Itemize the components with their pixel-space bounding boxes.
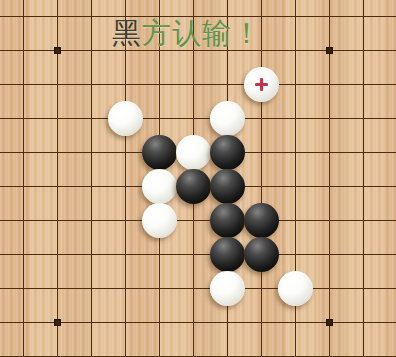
star-point: [326, 47, 333, 54]
grid-line-v-2: [91, 0, 92, 357]
stone-white: [210, 101, 245, 136]
stone-black: [244, 203, 279, 238]
grid-line-v-10: [363, 0, 364, 357]
stone-black: [210, 203, 245, 238]
status-message: 黑方认输！: [112, 16, 262, 51]
stone-white: [108, 101, 143, 136]
stone-black: [244, 237, 279, 272]
star-point: [326, 319, 333, 326]
last-move-marker-icon: [255, 83, 268, 86]
star-point: [54, 47, 61, 54]
grid-line-h-7: [0, 254, 396, 255]
gomoku-board[interactable]: [0, 0, 396, 357]
stone-white: [210, 271, 245, 306]
grid-line-v-1: [57, 0, 58, 357]
grid-line-h-6: [0, 220, 396, 221]
star-point: [54, 319, 61, 326]
grid-line-h-3: [0, 118, 396, 119]
grid-line-v-3: [125, 0, 126, 357]
gomoku-app: 黑方认输！: [0, 0, 396, 357]
stone-black: [176, 169, 211, 204]
grid-line-h-8: [0, 288, 396, 289]
stone-black: [210, 135, 245, 170]
stone-white: [278, 271, 313, 306]
grid-line-v-0: [23, 0, 24, 357]
grid-line-v-7: [261, 0, 262, 357]
stone-white: [244, 67, 279, 102]
stone-black: [210, 169, 245, 204]
status-message-rest: 方认输！: [142, 16, 262, 50]
stone-white: [142, 203, 177, 238]
stone-white: [142, 169, 177, 204]
stone-black: [142, 135, 177, 170]
status-message-black-char: 黑: [112, 16, 142, 50]
stone-black: [210, 237, 245, 272]
grid-line-v-9: [329, 0, 330, 357]
stone-white: [176, 135, 211, 170]
grid-line-h-2: [0, 84, 396, 85]
